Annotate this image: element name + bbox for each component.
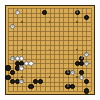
grid-line-vertical [54, 8, 55, 91]
grid-line-vertical [59, 8, 60, 91]
black-stone [84, 79, 89, 84]
move-number-label: 16 [20, 67, 23, 70]
white-stone: 10 [70, 70, 75, 75]
move-number-label: 5 [67, 71, 69, 74]
move-number-label: 7 [67, 85, 69, 88]
white-stone: 2 [15, 10, 20, 15]
grid-line-horizontal [8, 91, 91, 92]
grid-line-vertical [68, 8, 69, 91]
move-number-label: 4 [12, 25, 14, 28]
black-stone [84, 88, 89, 93]
go-game-screenshot: 214614381651012187 [0, 0, 100, 100]
go-board[interactable]: 214614381651012187 [5, 5, 95, 95]
move-number-label: 12 [80, 76, 83, 79]
move-number-label: 2 [16, 11, 18, 14]
grid-line-vertical [91, 8, 92, 91]
white-stone: 8 [84, 61, 89, 66]
black-stone [70, 84, 75, 89]
black-stone [38, 79, 43, 84]
black-stone [28, 84, 33, 89]
white-stone: 6 [84, 52, 89, 57]
black-stone [84, 15, 89, 20]
grid-line-horizontal [8, 86, 91, 87]
white-stone: 4 [10, 24, 15, 29]
star-point [21, 76, 23, 78]
move-number-label: 14 [11, 57, 14, 60]
black-stone: 1 [75, 10, 80, 15]
grid-line-vertical [63, 8, 64, 91]
star-point [76, 21, 78, 23]
move-number-label: 6 [86, 53, 88, 56]
move-number-label: 18 [20, 80, 23, 83]
white-stone [28, 61, 33, 66]
move-number-label: 3 [81, 57, 83, 60]
move-number-label: 8 [86, 62, 88, 65]
black-stone [10, 70, 15, 75]
star-point [76, 76, 78, 78]
white-stone: 18 [19, 79, 24, 84]
move-number-label: 1 [76, 11, 78, 14]
star-point [21, 21, 23, 23]
move-number-label: 10 [71, 71, 74, 74]
grid-line-horizontal [8, 54, 91, 55]
grid-line-vertical [73, 8, 74, 91]
white-stone: 16 [19, 65, 24, 70]
black-stone [42, 10, 47, 15]
